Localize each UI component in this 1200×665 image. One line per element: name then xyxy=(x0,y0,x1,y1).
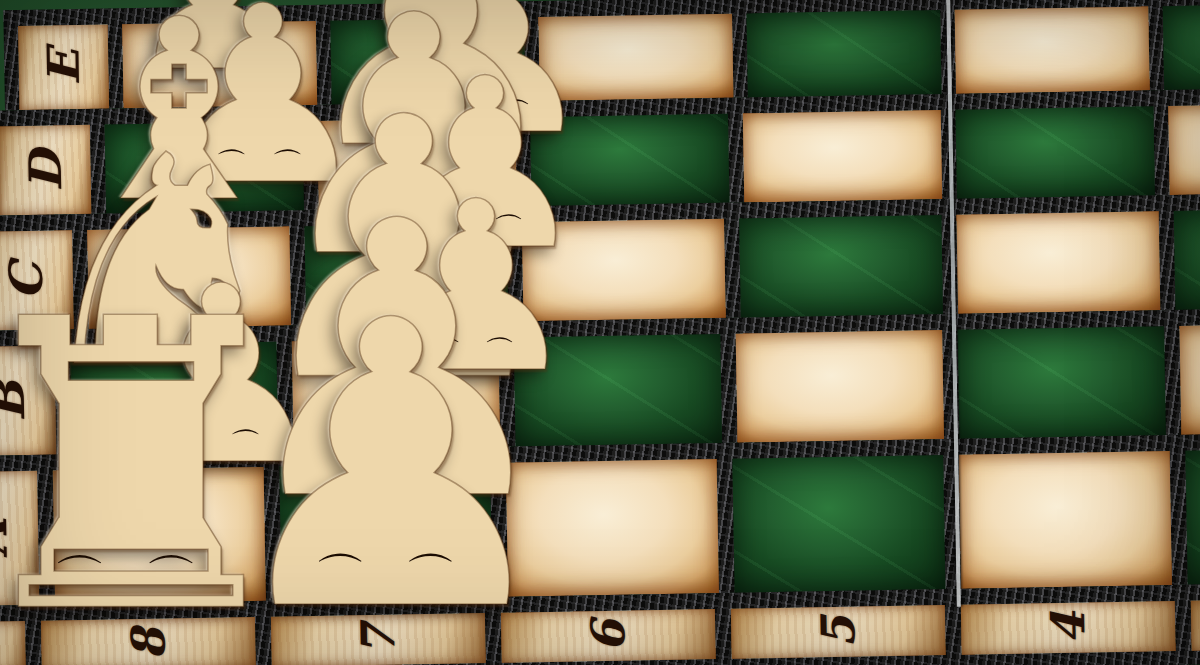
chessboard-photo: Close-up angled photo of a wooden foldin… xyxy=(0,0,1200,665)
painted-face-marks: ⌒ ⌒ xyxy=(54,559,209,600)
pieces-layer: ♟♟⌒ ⌒♟♟⌒ ⌒♝♟⌒ ⌒♟♞♟⌒ ⌒♟♟⌒ ⌒♟♟⌒ ⌒♜⌒ ⌒ xyxy=(0,0,1200,665)
white-rook: ♜⌒ ⌒ xyxy=(0,312,310,624)
painted-face-marks: ⌒ ⌒ xyxy=(315,557,468,597)
